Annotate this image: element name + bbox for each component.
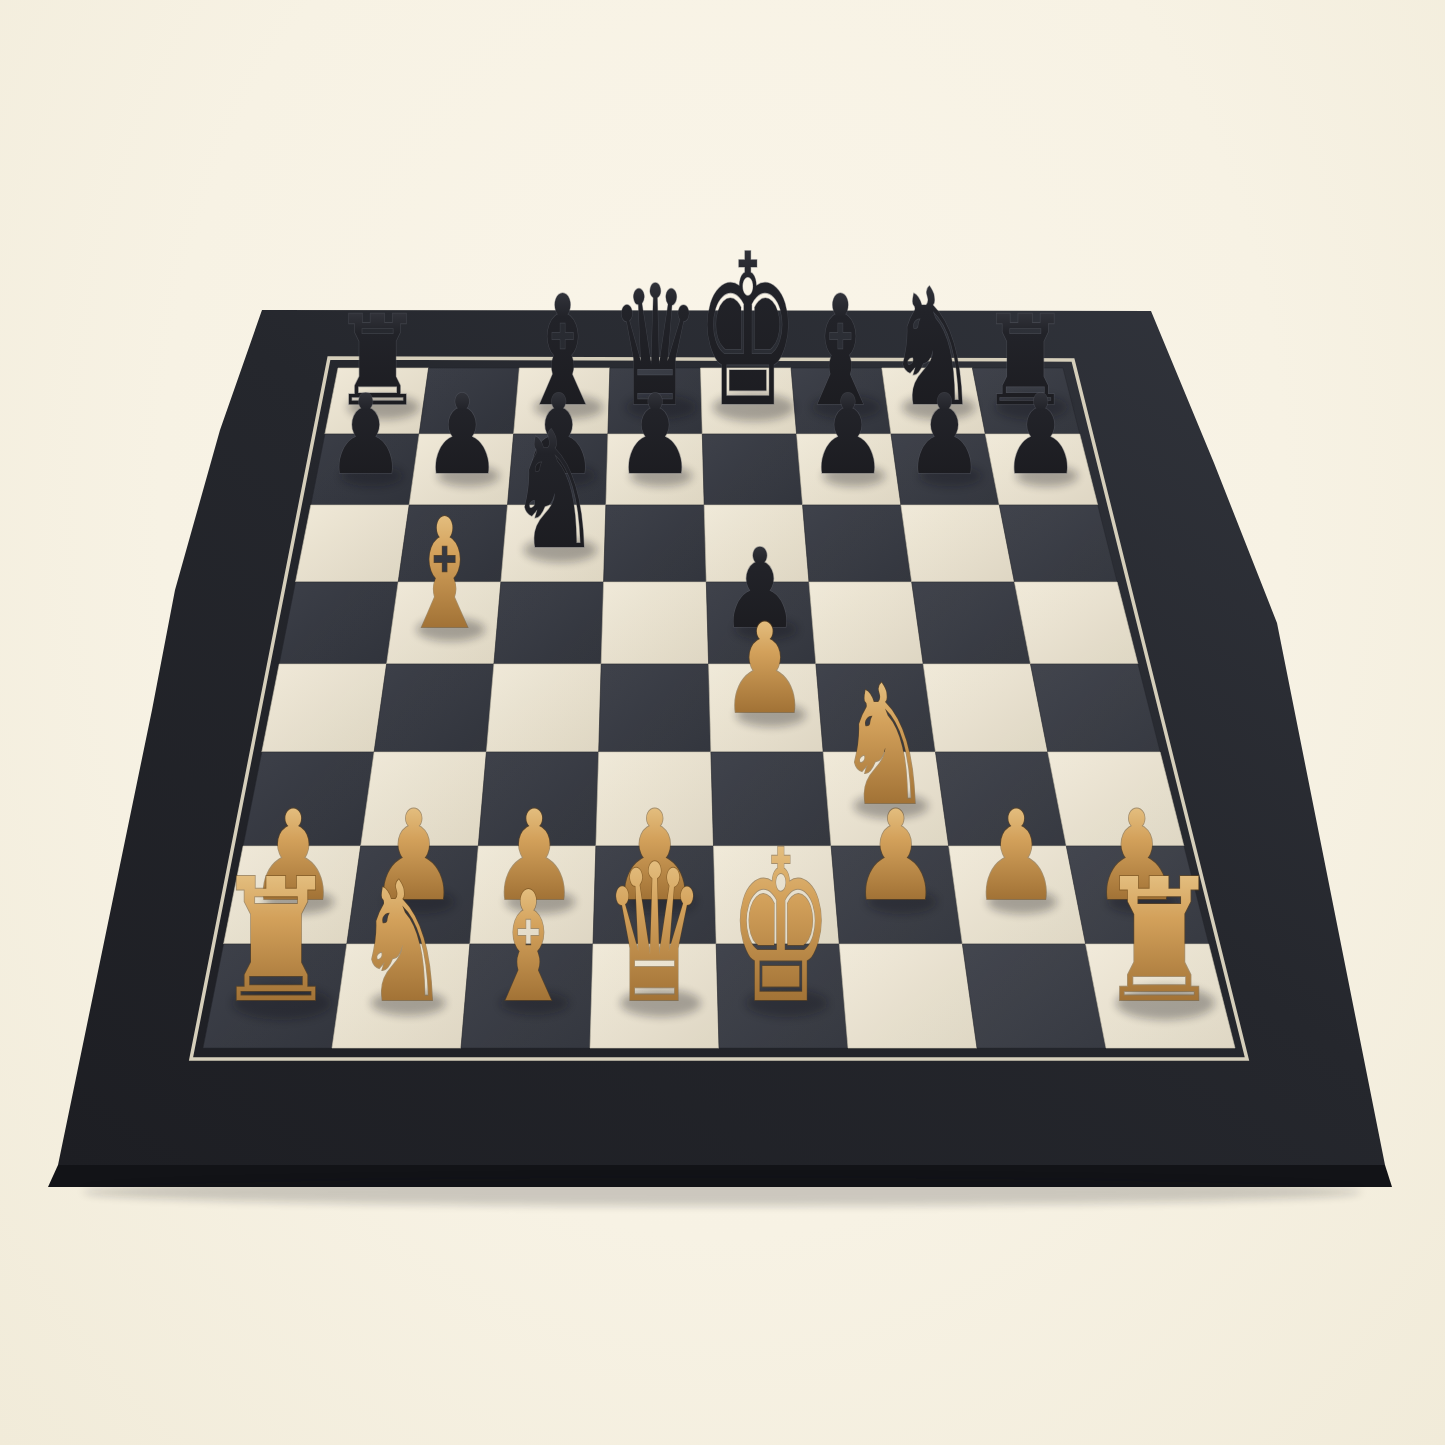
piece-white-rook-h1[interactable]: ♜ (1097, 843, 1222, 1041)
piece-white-queen-d1[interactable]: ♛ (604, 824, 706, 1045)
piece-white-pawn-g2[interactable]: ♟ (972, 784, 1061, 928)
board-drop-shadow (82, 1178, 1362, 1206)
piece-black-pawn-h7[interactable]: ♟ (1001, 371, 1080, 498)
piece-white-rook-a1[interactable]: ♜ (214, 843, 339, 1041)
piece-white-bishop-b5[interactable]: ♝ (401, 486, 488, 662)
chessboard: ♜♝♛♚♝♞♜♟♟♟♟♟♟♟♞♝♟♟♞♟♟♟♟♟♟♟♜♞♝♛♚♜ (0, 0, 1445, 1445)
piece-black-knight-c6[interactable]: ♞ (508, 397, 601, 585)
piece-white-knight-b1[interactable]: ♞ (355, 846, 450, 1039)
piece-black-pawn-g7[interactable]: ♟ (905, 371, 984, 498)
piece-black-pawn-a7[interactable]: ♟ (326, 371, 405, 498)
chessboard-photo-scene: ♜♝♛♚♝♞♜♟♟♟♟♟♟♟♞♝♟♟♞♟♟♟♟♟♟♟♜♞♝♛♚♜ (0, 0, 1445, 1445)
piece-white-king-e1[interactable]: ♚ (729, 806, 833, 1050)
piece-black-pawn-d7[interactable]: ♟ (616, 371, 695, 498)
piece-black-pawn-b7[interactable]: ♟ (423, 371, 502, 498)
piece-black-pawn-f7[interactable]: ♟ (808, 371, 887, 498)
piece-white-bishop-c1[interactable]: ♝ (485, 860, 572, 1036)
piece-white-pawn-e4[interactable]: ♟ (720, 597, 809, 741)
piece-black-king-e8[interactable]: ♚ (696, 210, 800, 454)
piece-white-pawn-f2[interactable]: ♟ (851, 784, 940, 928)
